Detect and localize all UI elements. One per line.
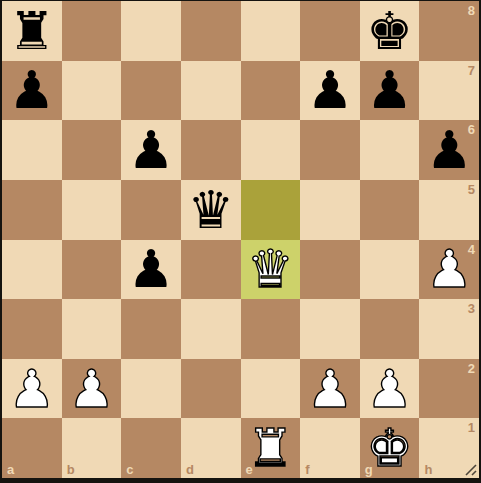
- square-f5[interactable]: [300, 180, 360, 240]
- square-d4[interactable]: [181, 240, 241, 300]
- square-b7[interactable]: [62, 61, 122, 121]
- square-d5[interactable]: ♛: [181, 180, 241, 240]
- square-e2[interactable]: [241, 359, 301, 419]
- piece-white-queen[interactable]: ♛: [241, 240, 301, 300]
- square-g4[interactable]: [360, 240, 420, 300]
- square-f7[interactable]: ♟: [300, 61, 360, 121]
- square-f3[interactable]: [300, 299, 360, 359]
- square-e7[interactable]: [241, 61, 301, 121]
- piece-black-pawn[interactable]: ♟: [419, 120, 479, 180]
- square-f2[interactable]: ♟: [300, 359, 360, 419]
- square-h5[interactable]: 5: [419, 180, 479, 240]
- square-c8[interactable]: [121, 1, 181, 61]
- square-g5[interactable]: [360, 180, 420, 240]
- coord-file-c: c: [126, 463, 133, 476]
- piece-black-pawn[interactable]: ♟: [360, 61, 420, 121]
- piece-white-pawn[interactable]: ♟: [62, 359, 122, 419]
- piece-black-queen[interactable]: ♛: [181, 180, 241, 240]
- square-c2[interactable]: [121, 359, 181, 419]
- square-h4[interactable]: ♟4: [419, 240, 479, 300]
- square-d8[interactable]: [181, 1, 241, 61]
- square-a4[interactable]: [2, 240, 62, 300]
- square-f4[interactable]: [300, 240, 360, 300]
- piece-white-king[interactable]: ♚: [360, 418, 420, 478]
- square-b5[interactable]: [62, 180, 122, 240]
- coord-rank-2: 2: [468, 362, 475, 375]
- coord-rank-5: 5: [468, 183, 475, 196]
- square-a8[interactable]: ♜: [2, 1, 62, 61]
- piece-white-pawn[interactable]: ♟: [360, 359, 420, 419]
- square-c7[interactable]: [121, 61, 181, 121]
- coord-rank-7: 7: [468, 64, 475, 77]
- piece-black-pawn[interactable]: ♟: [121, 120, 181, 180]
- square-c6[interactable]: ♟: [121, 120, 181, 180]
- piece-black-pawn[interactable]: ♟: [2, 61, 62, 121]
- chess-app-window: ♜♚8♟♟♟7♟♟6♛5♟♛♟43♟♟♟♟2abcd♜ef♚g1h: [0, 0, 481, 483]
- square-d1[interactable]: d: [181, 418, 241, 478]
- square-e3[interactable]: [241, 299, 301, 359]
- square-d7[interactable]: [181, 61, 241, 121]
- board-resize-handle-icon[interactable]: [463, 462, 478, 477]
- piece-black-rook[interactable]: ♜: [2, 1, 62, 61]
- square-h6[interactable]: ♟6: [419, 120, 479, 180]
- square-g3[interactable]: [360, 299, 420, 359]
- square-c5[interactable]: [121, 180, 181, 240]
- piece-black-pawn[interactable]: ♟: [300, 61, 360, 121]
- square-g8[interactable]: ♚: [360, 1, 420, 61]
- coord-rank-8: 8: [468, 4, 475, 17]
- piece-black-king[interactable]: ♚: [360, 1, 420, 61]
- piece-black-pawn[interactable]: ♟: [121, 240, 181, 300]
- coord-rank-3: 3: [468, 302, 475, 315]
- square-h2[interactable]: 2: [419, 359, 479, 419]
- square-b4[interactable]: [62, 240, 122, 300]
- square-c4[interactable]: ♟: [121, 240, 181, 300]
- coord-file-d: d: [186, 463, 194, 476]
- piece-white-pawn[interactable]: ♟: [300, 359, 360, 419]
- square-g6[interactable]: [360, 120, 420, 180]
- square-h8[interactable]: 8: [419, 1, 479, 61]
- square-g2[interactable]: ♟: [360, 359, 420, 419]
- coord-file-a: a: [7, 463, 14, 476]
- square-b8[interactable]: [62, 1, 122, 61]
- square-f8[interactable]: [300, 1, 360, 61]
- square-e8[interactable]: [241, 1, 301, 61]
- coord-file-b: b: [67, 463, 75, 476]
- square-b3[interactable]: [62, 299, 122, 359]
- square-h3[interactable]: 3: [419, 299, 479, 359]
- square-d6[interactable]: [181, 120, 241, 180]
- square-e4[interactable]: ♛: [241, 240, 301, 300]
- square-a1[interactable]: a: [2, 418, 62, 478]
- coord-file-h: h: [424, 463, 432, 476]
- square-b2[interactable]: ♟: [62, 359, 122, 419]
- square-e5[interactable]: [241, 180, 301, 240]
- square-b6[interactable]: [62, 120, 122, 180]
- square-d2[interactable]: [181, 359, 241, 419]
- square-d3[interactable]: [181, 299, 241, 359]
- coord-file-f: f: [305, 463, 309, 476]
- chess-board: ♜♚8♟♟♟7♟♟6♛5♟♛♟43♟♟♟♟2abcd♜ef♚g1h: [2, 1, 479, 478]
- piece-white-rook[interactable]: ♜: [241, 418, 301, 478]
- square-h1[interactable]: 1h: [419, 418, 479, 478]
- square-c1[interactable]: c: [121, 418, 181, 478]
- square-f1[interactable]: f: [300, 418, 360, 478]
- square-a7[interactable]: ♟: [2, 61, 62, 121]
- square-b1[interactable]: b: [62, 418, 122, 478]
- square-a2[interactable]: ♟: [2, 359, 62, 419]
- square-f6[interactable]: [300, 120, 360, 180]
- piece-white-pawn[interactable]: ♟: [2, 359, 62, 419]
- square-a6[interactable]: [2, 120, 62, 180]
- piece-white-pawn[interactable]: ♟: [419, 240, 479, 300]
- square-c3[interactable]: [121, 299, 181, 359]
- square-g7[interactable]: ♟: [360, 61, 420, 121]
- square-g1[interactable]: ♚g: [360, 418, 420, 478]
- square-e1[interactable]: ♜e: [241, 418, 301, 478]
- square-a5[interactable]: [2, 180, 62, 240]
- coord-rank-1: 1: [468, 421, 475, 434]
- square-h7[interactable]: 7: [419, 61, 479, 121]
- square-e6[interactable]: [241, 120, 301, 180]
- square-a3[interactable]: [2, 299, 62, 359]
